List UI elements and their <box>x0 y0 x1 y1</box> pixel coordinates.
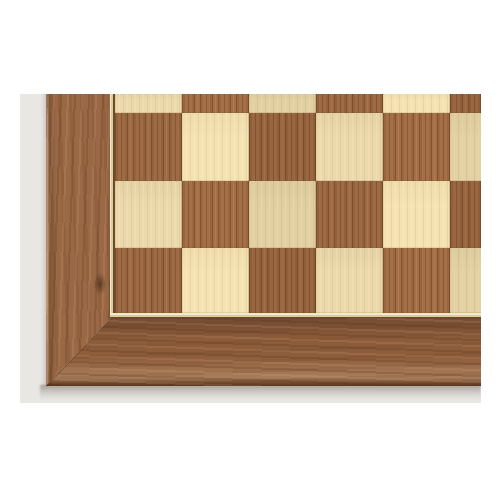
chessboard-squares <box>115 94 481 313</box>
board-square <box>450 181 481 248</box>
board-square <box>383 181 450 248</box>
board-square <box>450 113 481 181</box>
board-square <box>115 94 182 113</box>
board-square <box>182 113 249 181</box>
board-square <box>316 94 383 113</box>
board-square <box>182 248 249 313</box>
board-frame-bottom-rail <box>46 317 481 386</box>
frame-contact-shadow <box>40 94 46 386</box>
board-square <box>383 94 450 113</box>
board-square <box>182 181 249 248</box>
board-square <box>249 181 316 248</box>
board-square <box>383 248 450 313</box>
board-square <box>249 94 316 113</box>
board-square <box>249 113 316 181</box>
board-square <box>450 94 481 113</box>
board-square <box>115 181 182 248</box>
board-square <box>316 181 383 248</box>
board-square <box>115 248 182 313</box>
page-background: { "game": "chess", "position": "8/8/8/8/… <box>0 0 500 500</box>
board-square <box>182 94 249 113</box>
board-square <box>115 113 182 181</box>
board-square <box>249 248 316 313</box>
board-square <box>450 248 481 313</box>
inlay-line-horizontal <box>110 313 481 318</box>
board-square <box>316 113 383 181</box>
board-shadow <box>40 385 481 400</box>
chessboard-photo <box>20 94 481 403</box>
board-square <box>383 113 450 181</box>
board-square <box>316 248 383 313</box>
